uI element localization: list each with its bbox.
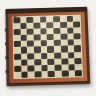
board-square (75, 70, 82, 76)
board-square (74, 52, 81, 58)
photo-background (0, 0, 96, 96)
board-square (61, 52, 68, 58)
hinge-icon (5, 28, 8, 31)
hinge-icon (5, 42, 8, 45)
mahogany-frame (8, 12, 87, 84)
board-square (34, 53, 41, 59)
checkers-board (5, 7, 90, 87)
board-square (14, 72, 21, 78)
hinge-icon (5, 70, 8, 73)
cream-border (12, 15, 83, 79)
board-square (14, 47, 21, 53)
hinge-icon (5, 56, 8, 59)
playing-grid (13, 16, 82, 78)
